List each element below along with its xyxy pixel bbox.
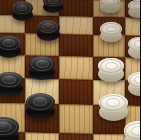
black-checker-piece[interactable] bbox=[12, 1, 33, 20]
black-checker-piece[interactable] bbox=[0, 117, 19, 140]
white-checker-piece[interactable] bbox=[100, 0, 120, 13]
piece-top bbox=[99, 94, 128, 112]
white-checker-piece[interactable] bbox=[128, 72, 141, 97]
black-checker-piece[interactable] bbox=[43, 0, 63, 13]
white-checker-piece[interactable] bbox=[98, 58, 124, 82]
piece-top bbox=[37, 20, 60, 34]
black-checker-piece[interactable] bbox=[0, 72, 23, 97]
black-checker-piece[interactable] bbox=[29, 56, 55, 80]
black-checker-piece[interactable] bbox=[37, 20, 60, 41]
piece-top bbox=[12, 1, 33, 14]
white-checker-piece[interactable] bbox=[128, 37, 140, 59]
piece-top bbox=[26, 93, 55, 111]
black-checker-piece[interactable] bbox=[0, 36, 21, 58]
piece-top bbox=[98, 58, 124, 74]
piece-top bbox=[100, 22, 122, 36]
pieces-layer bbox=[0, 0, 140, 140]
white-checker-piece[interactable] bbox=[99, 94, 128, 121]
white-checker-piece[interactable] bbox=[128, 0, 140, 18]
piece-top bbox=[29, 56, 55, 72]
checkers-scene bbox=[0, 0, 140, 140]
black-checker-piece[interactable] bbox=[26, 93, 55, 120]
white-checker-piece[interactable] bbox=[100, 22, 122, 42]
white-checker-piece[interactable] bbox=[124, 121, 141, 140]
